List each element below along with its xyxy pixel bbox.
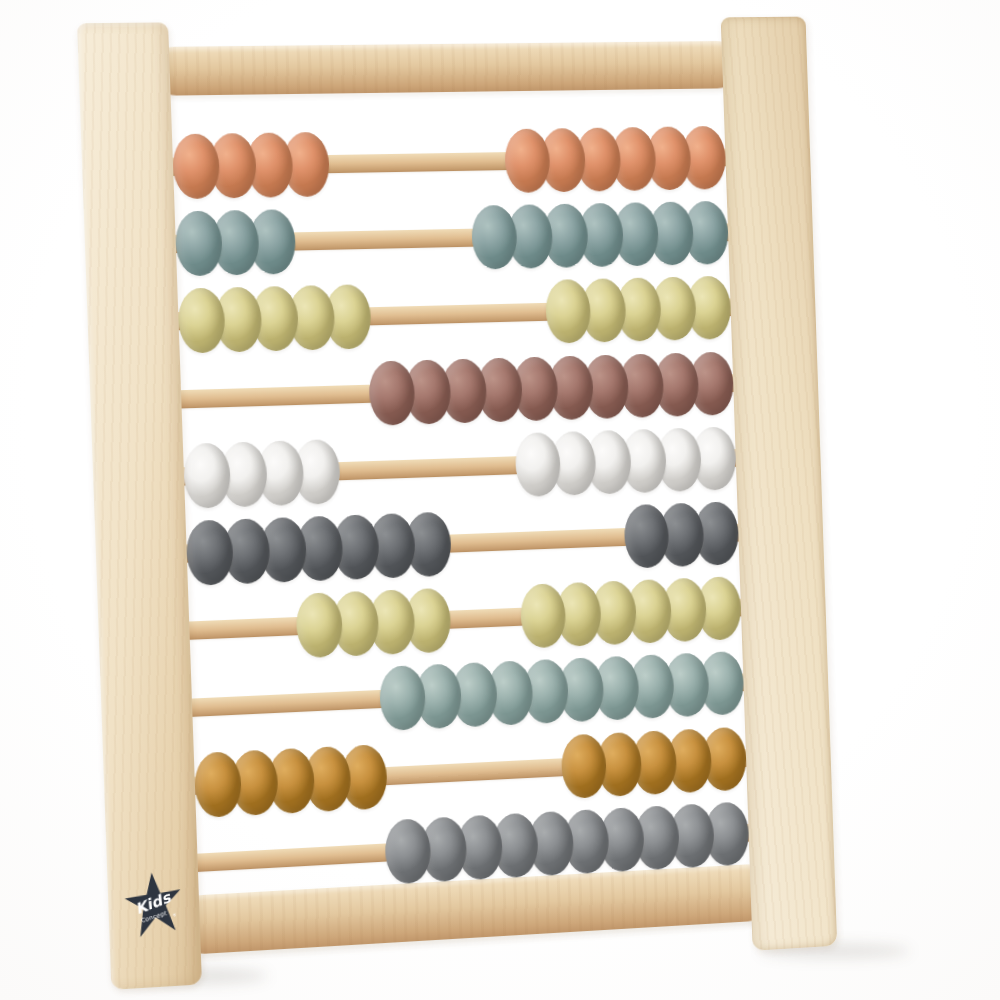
- rod-row-5: [92, 423, 821, 511]
- top-bar: [150, 41, 740, 96]
- bead-group-left: [177, 285, 371, 354]
- bead-dark-grey[interactable]: [186, 519, 234, 586]
- bead-group-right: [379, 651, 745, 731]
- bead-group-left: [194, 744, 388, 818]
- abacus: Kids Concept ®: [77, 17, 837, 990]
- bead-white[interactable]: [515, 432, 562, 497]
- bead-dark-grey[interactable]: [623, 504, 669, 569]
- brand-logo-registered: ®: [172, 912, 177, 918]
- bead-mustard[interactable]: [194, 751, 242, 818]
- brand-logo: Kids Concept ®: [120, 860, 189, 954]
- bead-grey[interactable]: [384, 818, 431, 885]
- bead-blue-grey[interactable]: [175, 211, 223, 277]
- bead-pale-yellow[interactable]: [177, 288, 225, 354]
- bead-group-right: [368, 351, 734, 425]
- bead-coral-orange[interactable]: [504, 129, 551, 194]
- bead-group-right: [561, 726, 747, 799]
- rod-row-2: [84, 199, 814, 278]
- bead-group-left: [172, 132, 330, 199]
- bead-group-right: [623, 501, 739, 568]
- bead-group-left: [295, 588, 451, 659]
- rod-row-1: [81, 125, 811, 201]
- bead-group-right: [520, 576, 742, 649]
- rod-row-3: [87, 274, 817, 356]
- bead-group-right: [545, 276, 732, 344]
- bead-mauve-rose[interactable]: [368, 360, 415, 426]
- product-photo: Kids Concept ®: [0, 0, 1000, 1000]
- bead-group-left: [186, 512, 452, 586]
- bead-group-left: [175, 209, 297, 276]
- bead-group-right: [515, 426, 737, 497]
- bead-mustard[interactable]: [561, 733, 607, 799]
- bead-group-right: [471, 201, 729, 270]
- bead-rows: [77, 17, 805, 24]
- bead-coral-orange[interactable]: [172, 134, 220, 200]
- rod-row-4: [89, 349, 819, 434]
- bead-pale-yellow[interactable]: [295, 592, 343, 658]
- bead-pale-yellow[interactable]: [545, 279, 591, 344]
- bead-pale-yellow[interactable]: [520, 583, 567, 649]
- bead-group-right: [504, 126, 727, 193]
- bead-group-left: [183, 439, 341, 509]
- bead-white[interactable]: [183, 442, 231, 508]
- rod-row-6: [95, 498, 824, 589]
- bead-sage-teal[interactable]: [379, 665, 426, 731]
- bead-blue-grey[interactable]: [471, 205, 518, 270]
